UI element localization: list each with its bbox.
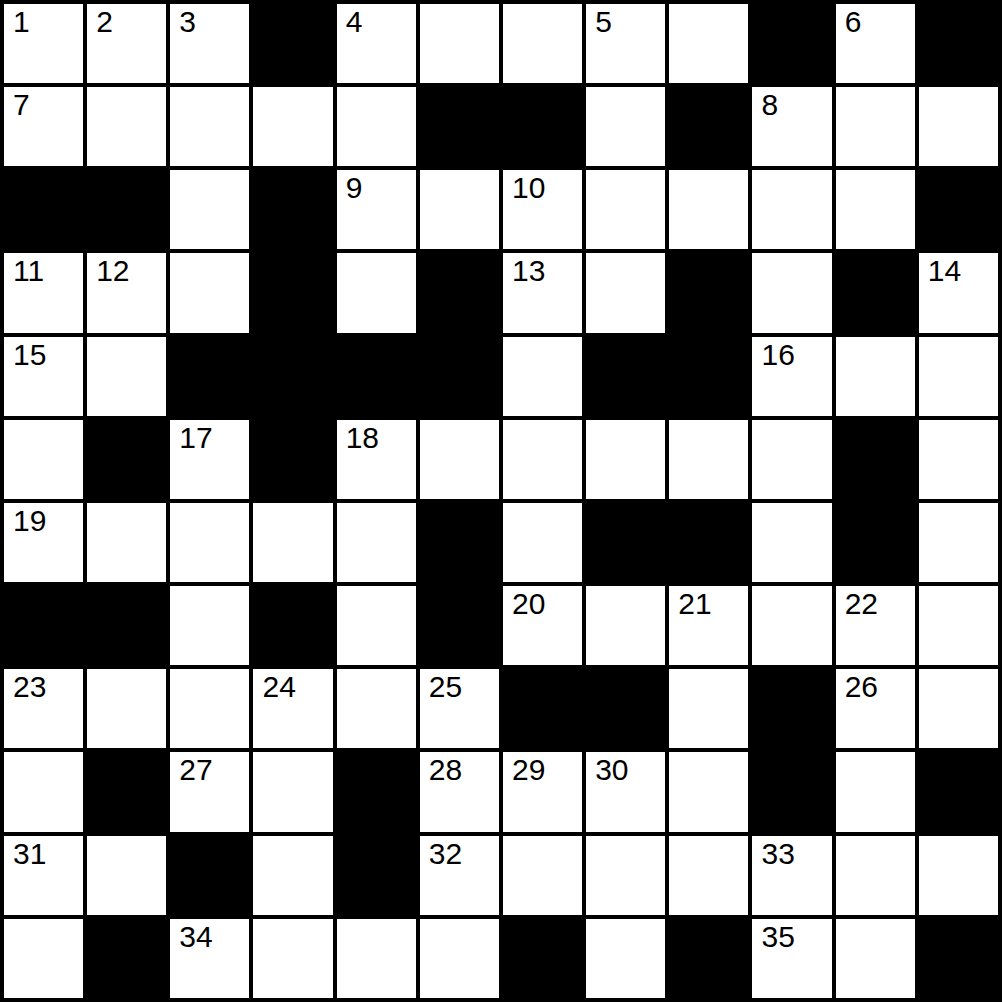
black-cell-r6c2 <box>87 420 166 499</box>
black-cell-r5c8 <box>586 337 665 416</box>
white-cell-r11c11[interactable] <box>836 836 915 915</box>
black-cell-r3c4 <box>253 170 332 249</box>
white-cell-r9c5[interactable] <box>337 669 416 748</box>
white-cell-r1c2[interactable]: 2 <box>87 4 166 83</box>
white-cell-r7c4[interactable] <box>253 503 332 582</box>
black-cell-r8c2 <box>87 586 166 665</box>
black-cell-r5c5 <box>337 337 416 416</box>
black-cell-r8c4 <box>253 586 332 665</box>
white-cell-r12c10[interactable]: 35 <box>752 919 831 998</box>
white-cell-r6c9[interactable] <box>669 420 748 499</box>
white-cell-r10c1[interactable] <box>4 752 83 831</box>
black-cell-r8c6 <box>420 586 499 665</box>
white-cell-r7c12[interactable] <box>919 503 998 582</box>
clue-number: 19 <box>13 505 46 537</box>
white-cell-r12c11[interactable] <box>836 919 915 998</box>
white-cell-r1c1[interactable]: 1 <box>4 4 83 83</box>
white-cell-r9c4[interactable]: 24 <box>253 669 332 748</box>
clue-number: 20 <box>512 588 545 620</box>
black-cell-r7c6 <box>420 503 499 582</box>
white-cell-r8c9[interactable]: 21 <box>669 586 748 665</box>
crossword-board: 1234567891011121314151617181920212223242… <box>0 0 1002 1002</box>
black-cell-r10c5 <box>337 752 416 831</box>
clue-number: 33 <box>761 838 794 870</box>
white-cell-r3c9[interactable] <box>669 170 748 249</box>
clue-number: 23 <box>13 671 46 703</box>
white-cell-r7c7[interactable] <box>503 503 582 582</box>
white-cell-r1c3[interactable]: 3 <box>170 4 249 83</box>
clue-number: 4 <box>346 6 363 38</box>
black-cell-r8c1 <box>4 586 83 665</box>
white-cell-r5c7[interactable] <box>503 337 582 416</box>
white-cell-r3c5[interactable]: 9 <box>337 170 416 249</box>
clue-number: 11 <box>13 255 44 287</box>
white-cell-r3c11[interactable] <box>836 170 915 249</box>
black-cell-r11c3 <box>170 836 249 915</box>
white-cell-r1c11[interactable]: 6 <box>836 4 915 83</box>
clue-number: 21 <box>678 588 711 620</box>
black-cell-r2c6 <box>420 87 499 166</box>
black-cell-r5c3 <box>170 337 249 416</box>
clue-number: 25 <box>429 671 462 703</box>
white-cell-r4c12[interactable]: 14 <box>919 253 998 332</box>
black-cell-r5c4 <box>253 337 332 416</box>
white-cell-r10c3[interactable]: 27 <box>170 752 249 831</box>
clue-number: 24 <box>262 671 295 703</box>
white-cell-r1c8[interactable]: 5 <box>586 4 665 83</box>
black-cell-r12c12 <box>919 919 998 998</box>
black-cell-r10c12 <box>919 752 998 831</box>
clue-number: 18 <box>346 422 379 454</box>
clue-number: 9 <box>346 172 363 204</box>
white-cell-r1c5[interactable]: 4 <box>337 4 416 83</box>
white-cell-r5c1[interactable]: 15 <box>4 337 83 416</box>
white-cell-r11c4[interactable] <box>253 836 332 915</box>
white-cell-r9c11[interactable]: 26 <box>836 669 915 748</box>
white-cell-r12c4[interactable] <box>253 919 332 998</box>
white-cell-r8c10[interactable] <box>752 586 831 665</box>
white-cell-r7c3[interactable] <box>170 503 249 582</box>
black-cell-r6c4 <box>253 420 332 499</box>
white-cell-r4c8[interactable] <box>586 253 665 332</box>
black-cell-r9c8 <box>586 669 665 748</box>
white-cell-r7c5[interactable] <box>337 503 416 582</box>
white-cell-r4c7[interactable]: 13 <box>503 253 582 332</box>
white-cell-r8c7[interactable]: 20 <box>503 586 582 665</box>
white-cell-r6c12[interactable] <box>919 420 998 499</box>
white-cell-r2c12[interactable] <box>919 87 998 166</box>
black-cell-r7c9 <box>669 503 748 582</box>
black-cell-r4c4 <box>253 253 332 332</box>
white-cell-r10c4[interactable] <box>253 752 332 831</box>
black-cell-r1c10 <box>752 4 831 83</box>
white-cell-r2c4[interactable] <box>253 87 332 166</box>
clue-number: 34 <box>179 921 212 953</box>
white-cell-r6c1[interactable] <box>4 420 83 499</box>
white-cell-r1c9[interactable] <box>669 4 748 83</box>
white-cell-r2c5[interactable] <box>337 87 416 166</box>
black-cell-r3c2 <box>87 170 166 249</box>
white-cell-r4c1[interactable]: 11 <box>4 253 83 332</box>
clue-number: 1 <box>13 6 30 38</box>
white-cell-r2c10[interactable]: 8 <box>752 87 831 166</box>
white-cell-r9c2[interactable] <box>87 669 166 748</box>
white-cell-r7c2[interactable] <box>87 503 166 582</box>
white-cell-r11c10[interactable]: 33 <box>752 836 831 915</box>
white-cell-r5c2[interactable] <box>87 337 166 416</box>
clue-number: 27 <box>179 754 212 786</box>
white-cell-r7c1[interactable]: 19 <box>4 503 83 582</box>
white-cell-r9c3[interactable] <box>170 669 249 748</box>
black-cell-r1c4 <box>253 4 332 83</box>
white-cell-r7c10[interactable] <box>752 503 831 582</box>
white-cell-r11c6[interactable]: 32 <box>420 836 499 915</box>
black-cell-r12c7 <box>503 919 582 998</box>
white-cell-r9c6[interactable]: 25 <box>420 669 499 748</box>
white-cell-r1c6[interactable] <box>420 4 499 83</box>
clue-number: 35 <box>761 921 794 953</box>
white-cell-r3c6[interactable] <box>420 170 499 249</box>
clue-number: 32 <box>429 838 462 870</box>
black-cell-r12c2 <box>87 919 166 998</box>
clue-number: 5 <box>595 6 612 38</box>
white-cell-r12c1[interactable] <box>4 919 83 998</box>
white-cell-r12c5[interactable] <box>337 919 416 998</box>
white-cell-r6c5[interactable]: 18 <box>337 420 416 499</box>
white-cell-r11c8[interactable] <box>586 836 665 915</box>
clue-number: 31 <box>13 838 46 870</box>
white-cell-r11c1[interactable]: 31 <box>4 836 83 915</box>
white-cell-r3c10[interactable] <box>752 170 831 249</box>
black-cell-r4c9 <box>669 253 748 332</box>
white-cell-r10c6[interactable]: 28 <box>420 752 499 831</box>
white-cell-r11c9[interactable] <box>669 836 748 915</box>
white-cell-r10c9[interactable] <box>669 752 748 831</box>
black-cell-r11c5 <box>337 836 416 915</box>
white-cell-r4c3[interactable] <box>170 253 249 332</box>
white-cell-r8c5[interactable] <box>337 586 416 665</box>
clue-number: 13 <box>512 255 545 287</box>
clue-number: 17 <box>179 422 212 454</box>
white-cell-r4c5[interactable] <box>337 253 416 332</box>
clue-number: 29 <box>512 754 545 786</box>
white-cell-r5c10[interactable]: 16 <box>752 337 831 416</box>
clue-number: 12 <box>96 255 129 287</box>
black-cell-r4c6 <box>420 253 499 332</box>
white-cell-r5c12[interactable] <box>919 337 998 416</box>
white-cell-r1c7[interactable] <box>503 4 582 83</box>
black-cell-r2c9 <box>669 87 748 166</box>
white-cell-r3c8[interactable] <box>586 170 665 249</box>
black-cell-r7c11 <box>836 503 915 582</box>
white-cell-r4c2[interactable]: 12 <box>87 253 166 332</box>
white-cell-r3c7[interactable]: 10 <box>503 170 582 249</box>
white-cell-r12c3[interactable]: 34 <box>170 919 249 998</box>
black-cell-r2c7 <box>503 87 582 166</box>
white-cell-r6c7[interactable] <box>503 420 582 499</box>
white-cell-r10c7[interactable]: 29 <box>503 752 582 831</box>
black-cell-r9c7 <box>503 669 582 748</box>
clue-number: 2 <box>96 6 113 38</box>
clue-number: 6 <box>845 6 862 38</box>
white-cell-r6c6[interactable] <box>420 420 499 499</box>
white-cell-r3c3[interactable] <box>170 170 249 249</box>
clue-number: 16 <box>761 339 794 371</box>
white-cell-r8c8[interactable] <box>586 586 665 665</box>
white-cell-r2c11[interactable] <box>836 87 915 166</box>
clue-number: 15 <box>13 339 46 371</box>
black-cell-r10c2 <box>87 752 166 831</box>
white-cell-r2c3[interactable] <box>170 87 249 166</box>
white-cell-r9c12[interactable] <box>919 669 998 748</box>
white-cell-r12c6[interactable] <box>420 919 499 998</box>
clue-number: 14 <box>928 255 961 287</box>
white-cell-r8c12[interactable] <box>919 586 998 665</box>
black-cell-r10c10 <box>752 752 831 831</box>
clue-number: 3 <box>179 6 196 38</box>
white-cell-r12c8[interactable] <box>586 919 665 998</box>
clue-number: 26 <box>845 671 878 703</box>
white-cell-r6c3[interactable]: 17 <box>170 420 249 499</box>
black-cell-r3c1 <box>4 170 83 249</box>
black-cell-r5c9 <box>669 337 748 416</box>
black-cell-r5c6 <box>420 337 499 416</box>
white-cell-r9c1[interactable]: 23 <box>4 669 83 748</box>
black-cell-r12c9 <box>669 919 748 998</box>
clue-number: 28 <box>429 754 462 786</box>
white-cell-r2c2[interactable] <box>87 87 166 166</box>
black-cell-r9c10 <box>752 669 831 748</box>
white-cell-r10c8[interactable]: 30 <box>586 752 665 831</box>
clue-number: 10 <box>512 172 545 204</box>
black-cell-r3c12 <box>919 170 998 249</box>
white-cell-r5c11[interactable] <box>836 337 915 416</box>
white-cell-r8c11[interactable]: 22 <box>836 586 915 665</box>
white-cell-r6c8[interactable] <box>586 420 665 499</box>
white-cell-r2c8[interactable] <box>586 87 665 166</box>
white-cell-r4c10[interactable] <box>752 253 831 332</box>
black-cell-r6c11 <box>836 420 915 499</box>
clue-number: 22 <box>845 588 878 620</box>
black-cell-r1c12 <box>919 4 998 83</box>
clue-number: 30 <box>595 754 628 786</box>
white-cell-r8c3[interactable] <box>170 586 249 665</box>
white-cell-r6c10[interactable] <box>752 420 831 499</box>
white-cell-r9c9[interactable] <box>669 669 748 748</box>
white-cell-r11c12[interactable] <box>919 836 998 915</box>
white-cell-r11c7[interactable] <box>503 836 582 915</box>
clue-number: 7 <box>13 89 30 121</box>
black-cell-r7c8 <box>586 503 665 582</box>
black-cell-r4c11 <box>836 253 915 332</box>
white-cell-r11c2[interactable] <box>87 836 166 915</box>
white-cell-r10c11[interactable] <box>836 752 915 831</box>
clue-number: 8 <box>761 89 778 121</box>
white-cell-r2c1[interactable]: 7 <box>4 87 83 166</box>
